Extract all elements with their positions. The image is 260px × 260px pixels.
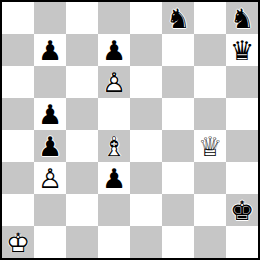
square-e6[interactable] xyxy=(130,66,162,98)
square-d8[interactable] xyxy=(98,2,130,34)
chess-board: ♞♞♟♟♛♟♙♟♟♝♗♛♕♟♙♟♚♚♔ xyxy=(0,0,260,260)
black-king[interactable]: ♚ xyxy=(226,194,258,226)
square-e3[interactable] xyxy=(130,162,162,194)
square-h7[interactable]: ♛ xyxy=(226,34,258,66)
square-b2[interactable] xyxy=(34,194,66,226)
square-f3[interactable] xyxy=(162,162,194,194)
white-pawn[interactable]: ♟♙ xyxy=(34,162,66,194)
square-f8[interactable]: ♞ xyxy=(162,2,194,34)
black-queen[interactable]: ♛ xyxy=(226,34,258,66)
square-a8[interactable] xyxy=(2,2,34,34)
square-d6[interactable]: ♟♙ xyxy=(98,66,130,98)
square-c4[interactable] xyxy=(66,130,98,162)
square-f5[interactable] xyxy=(162,98,194,130)
square-d4[interactable]: ♝♗ xyxy=(98,130,130,162)
square-h4[interactable] xyxy=(226,130,258,162)
square-g8[interactable] xyxy=(194,2,226,34)
square-a3[interactable] xyxy=(2,162,34,194)
square-e1[interactable] xyxy=(130,226,162,258)
square-e4[interactable] xyxy=(130,130,162,162)
square-f4[interactable] xyxy=(162,130,194,162)
square-g2[interactable] xyxy=(194,194,226,226)
black-pawn[interactable]: ♟ xyxy=(34,98,66,130)
black-knight[interactable]: ♞ xyxy=(226,2,258,34)
square-d7[interactable]: ♟ xyxy=(98,34,130,66)
square-h6[interactable] xyxy=(226,66,258,98)
white-pawn-outline: ♙ xyxy=(98,66,130,98)
square-g1[interactable] xyxy=(194,226,226,258)
square-c5[interactable] xyxy=(66,98,98,130)
square-f6[interactable] xyxy=(162,66,194,98)
square-e7[interactable] xyxy=(130,34,162,66)
square-a2[interactable] xyxy=(2,194,34,226)
square-d3[interactable]: ♟ xyxy=(98,162,130,194)
square-g7[interactable] xyxy=(194,34,226,66)
white-bishop[interactable]: ♝♗ xyxy=(98,130,130,162)
square-c6[interactable] xyxy=(66,66,98,98)
white-king[interactable]: ♚♔ xyxy=(2,226,34,258)
white-queen[interactable]: ♛♕ xyxy=(194,130,226,162)
square-c2[interactable] xyxy=(66,194,98,226)
square-b5[interactable]: ♟ xyxy=(34,98,66,130)
square-h3[interactable] xyxy=(226,162,258,194)
square-f1[interactable] xyxy=(162,226,194,258)
black-knight[interactable]: ♞ xyxy=(162,2,194,34)
square-a1[interactable]: ♚♔ xyxy=(2,226,34,258)
white-bishop-outline: ♗ xyxy=(98,130,130,162)
square-b6[interactable] xyxy=(34,66,66,98)
white-pawn[interactable]: ♟♙ xyxy=(98,66,130,98)
black-pawn[interactable]: ♟ xyxy=(98,162,130,194)
square-b8[interactable] xyxy=(34,2,66,34)
square-e8[interactable] xyxy=(130,2,162,34)
square-f2[interactable] xyxy=(162,194,194,226)
square-c7[interactable] xyxy=(66,34,98,66)
white-pawn-outline: ♙ xyxy=(34,162,66,194)
square-b1[interactable] xyxy=(34,226,66,258)
square-h5[interactable] xyxy=(226,98,258,130)
square-g5[interactable] xyxy=(194,98,226,130)
square-a6[interactable] xyxy=(2,66,34,98)
black-pawn[interactable]: ♟ xyxy=(98,34,130,66)
square-d1[interactable] xyxy=(98,226,130,258)
square-d5[interactable] xyxy=(98,98,130,130)
white-king-outline: ♔ xyxy=(2,226,34,258)
square-b3[interactable]: ♟♙ xyxy=(34,162,66,194)
square-a7[interactable] xyxy=(2,34,34,66)
square-d2[interactable] xyxy=(98,194,130,226)
black-pawn[interactable]: ♟ xyxy=(34,34,66,66)
square-h1[interactable] xyxy=(226,226,258,258)
square-f7[interactable] xyxy=(162,34,194,66)
square-b7[interactable]: ♟ xyxy=(34,34,66,66)
square-a5[interactable] xyxy=(2,98,34,130)
square-b4[interactable]: ♟ xyxy=(34,130,66,162)
square-a4[interactable] xyxy=(2,130,34,162)
square-g6[interactable] xyxy=(194,66,226,98)
square-h2[interactable]: ♚ xyxy=(226,194,258,226)
square-g4[interactable]: ♛♕ xyxy=(194,130,226,162)
square-e5[interactable] xyxy=(130,98,162,130)
square-c8[interactable] xyxy=(66,2,98,34)
square-g3[interactable] xyxy=(194,162,226,194)
square-h8[interactable]: ♞ xyxy=(226,2,258,34)
square-e2[interactable] xyxy=(130,194,162,226)
black-pawn[interactable]: ♟ xyxy=(34,130,66,162)
white-queen-outline: ♕ xyxy=(194,130,226,162)
square-c3[interactable] xyxy=(66,162,98,194)
square-c1[interactable] xyxy=(66,226,98,258)
